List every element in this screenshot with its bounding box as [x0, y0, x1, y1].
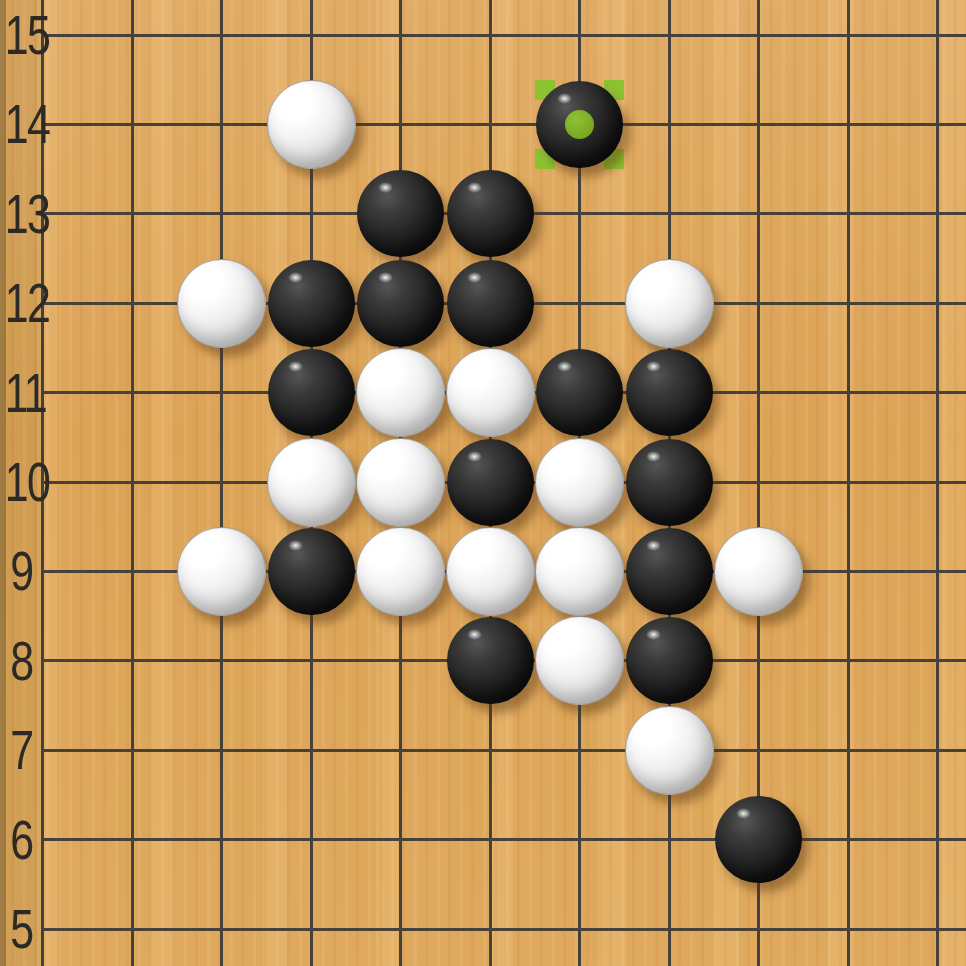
last-move-marker-dot — [565, 110, 594, 139]
row-label-11: 11 — [5, 365, 39, 420]
black-stone — [268, 260, 355, 347]
black-stone — [626, 617, 713, 704]
row-label-7: 7 — [5, 723, 39, 778]
row-label-10: 10 — [5, 455, 39, 510]
white-stone — [267, 80, 356, 169]
row-label-14: 14 — [5, 97, 39, 152]
black-stone — [447, 617, 534, 704]
black-stone — [357, 170, 444, 257]
grid-line-horizontal — [41, 749, 966, 752]
white-stone — [535, 438, 624, 527]
row-label-13: 13 — [5, 186, 39, 241]
black-stone — [626, 349, 713, 436]
white-stone — [356, 438, 445, 527]
grid-line-horizontal — [41, 123, 966, 126]
black-stone — [715, 796, 802, 883]
row-label-9: 9 — [5, 544, 39, 599]
white-stone — [625, 259, 714, 348]
black-stone — [447, 439, 534, 526]
black-stone — [268, 528, 355, 615]
row-label-5: 5 — [5, 902, 39, 957]
black-stone — [268, 349, 355, 436]
white-stone — [625, 706, 714, 795]
black-stone — [626, 528, 713, 615]
white-stone — [714, 527, 803, 616]
row-label-8: 8 — [5, 633, 39, 688]
gomoku-board[interactable]: 15141312111098765 — [0, 0, 966, 966]
row-label-15: 15 — [5, 8, 39, 63]
row-label-6: 6 — [5, 812, 39, 867]
white-stone — [356, 527, 445, 616]
white-stone — [535, 527, 624, 616]
black-stone — [626, 439, 713, 526]
grid-line-horizontal — [41, 928, 966, 931]
black-stone — [447, 260, 534, 347]
white-stone — [177, 259, 266, 348]
white-stone — [356, 348, 445, 437]
white-stone — [267, 438, 356, 527]
white-stone — [177, 527, 266, 616]
black-stone — [357, 260, 444, 347]
white-stone — [535, 616, 624, 705]
white-stone — [446, 527, 535, 616]
row-label-12: 12 — [5, 276, 39, 331]
grid-line-horizontal — [41, 34, 966, 37]
black-stone — [447, 170, 534, 257]
white-stone — [446, 348, 535, 437]
black-stone — [536, 349, 623, 436]
grid-line-horizontal — [41, 838, 966, 841]
